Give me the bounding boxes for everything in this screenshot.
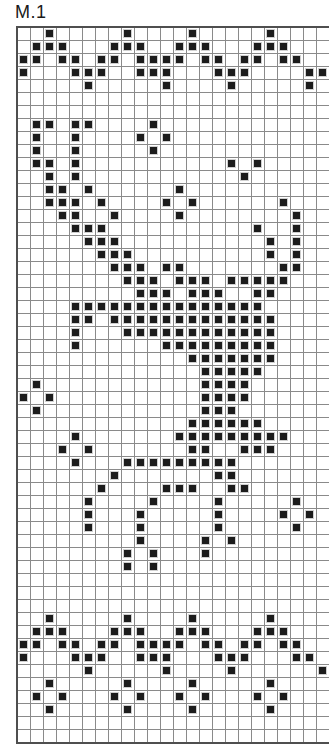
grid-cell <box>200 704 212 716</box>
grid-cell <box>239 574 251 586</box>
grid-cell <box>31 665 43 677</box>
grid-cell <box>70 704 82 716</box>
grid-cell <box>187 639 199 651</box>
grid-cell <box>291 158 303 170</box>
filled-cell <box>200 288 212 300</box>
filled-cell <box>31 158 43 170</box>
grid-cell <box>304 522 316 534</box>
filled-cell <box>239 171 251 183</box>
grid-cell <box>174 171 186 183</box>
filled-cell <box>70 171 82 183</box>
grid-cell <box>70 80 82 92</box>
grid-cell <box>57 717 69 729</box>
grid-cell <box>57 119 69 131</box>
grid-cell <box>317 275 329 287</box>
filled-cell <box>148 327 160 339</box>
filled-cell <box>239 652 251 664</box>
grid-cell <box>70 678 82 690</box>
grid-cell <box>317 314 329 326</box>
grid-cell <box>278 522 290 534</box>
grid-cell <box>226 509 238 521</box>
grid-cell <box>109 366 121 378</box>
grid-cell <box>161 379 173 391</box>
grid-cell <box>44 236 56 248</box>
grid-cell <box>239 470 251 482</box>
grid-cell <box>148 353 160 365</box>
grid-cell <box>278 288 290 300</box>
grid-cell <box>226 54 238 66</box>
filled-cell <box>31 691 43 703</box>
grid-cell <box>226 171 238 183</box>
grid-cell <box>44 444 56 456</box>
filled-cell <box>18 67 30 79</box>
grid-cell <box>265 509 277 521</box>
grid-cell <box>161 509 173 521</box>
grid-cell <box>122 210 134 222</box>
filled-cell <box>31 132 43 144</box>
filled-cell <box>200 275 212 287</box>
grid-cell <box>122 67 134 79</box>
grid-cell <box>239 132 251 144</box>
filled-cell <box>174 327 186 339</box>
grid-cell <box>57 704 69 716</box>
grid-cell <box>304 392 316 404</box>
grid-cell <box>18 366 30 378</box>
filled-cell <box>187 41 199 53</box>
grid-cell <box>161 717 173 729</box>
filled-cell <box>200 301 212 313</box>
filled-cell <box>239 431 251 443</box>
grid-cell <box>161 444 173 456</box>
grid-cell <box>122 639 134 651</box>
grid-cell <box>96 535 108 547</box>
grid-cell <box>291 67 303 79</box>
grid-cell <box>18 327 30 339</box>
grid-cell <box>265 106 277 118</box>
grid-cell <box>96 184 108 196</box>
filled-cell <box>200 353 212 365</box>
grid-cell <box>31 717 43 729</box>
grid-cell <box>148 587 160 599</box>
grid-cell <box>304 54 316 66</box>
filled-cell <box>304 67 316 79</box>
grid-cell <box>265 548 277 560</box>
filled-cell <box>161 197 173 209</box>
grid-cell <box>135 405 147 417</box>
grid-cell <box>18 28 30 40</box>
grid-cell <box>200 470 212 482</box>
grid-cell <box>122 288 134 300</box>
grid-cell <box>44 80 56 92</box>
grid-cell <box>122 535 134 547</box>
grid-cell <box>187 67 199 79</box>
grid-cell <box>44 210 56 222</box>
grid-cell <box>187 184 199 196</box>
filled-cell <box>278 262 290 274</box>
filled-cell <box>213 509 225 521</box>
grid-cell <box>57 431 69 443</box>
grid-cell <box>83 41 95 53</box>
filled-cell <box>122 41 134 53</box>
filled-cell <box>135 691 147 703</box>
grid-cell <box>57 535 69 547</box>
grid-cell <box>174 574 186 586</box>
filled-cell <box>213 366 225 378</box>
grid-cell <box>291 457 303 469</box>
filled-cell <box>83 496 95 508</box>
grid-cell <box>304 119 316 131</box>
grid-cell <box>18 223 30 235</box>
grid-cell <box>148 717 160 729</box>
grid-cell <box>278 405 290 417</box>
grid-cell <box>226 548 238 560</box>
filled-cell <box>239 366 251 378</box>
grid-cell <box>265 587 277 599</box>
grid-cell <box>57 548 69 560</box>
grid-cell <box>252 587 264 599</box>
filled-cell <box>96 236 108 248</box>
grid-cell <box>187 392 199 404</box>
grid-cell <box>161 353 173 365</box>
grid-cell <box>213 561 225 573</box>
grid-cell <box>18 730 30 742</box>
grid-cell <box>265 262 277 274</box>
grid-cell <box>135 145 147 157</box>
grid-cell <box>291 704 303 716</box>
grid-cell <box>57 171 69 183</box>
filled-cell <box>278 639 290 651</box>
grid-cell <box>18 678 30 690</box>
grid-cell <box>57 93 69 105</box>
grid-cell <box>135 548 147 560</box>
grid-cell <box>174 405 186 417</box>
grid-cell <box>226 639 238 651</box>
grid-cell <box>83 145 95 157</box>
grid-cell <box>213 197 225 209</box>
grid-cell <box>304 574 316 586</box>
grid-cell <box>174 535 186 547</box>
grid-cell <box>18 314 30 326</box>
grid-cell <box>31 548 43 560</box>
grid-cell <box>44 54 56 66</box>
grid-cell <box>57 301 69 313</box>
grid-cell <box>239 119 251 131</box>
grid-cell <box>109 561 121 573</box>
grid-cell <box>278 119 290 131</box>
grid-cell <box>135 600 147 612</box>
grid-cell <box>226 496 238 508</box>
filled-cell <box>252 626 264 638</box>
grid-cell <box>18 613 30 625</box>
filled-cell <box>96 249 108 261</box>
grid-cell <box>265 301 277 313</box>
grid-cell <box>96 509 108 521</box>
grid-cell <box>213 158 225 170</box>
grid-cell <box>135 379 147 391</box>
grid-cell <box>252 184 264 196</box>
filled-cell <box>70 67 82 79</box>
grid-cell <box>31 704 43 716</box>
grid-cell <box>174 236 186 248</box>
grid-cell <box>96 210 108 222</box>
filled-cell <box>122 301 134 313</box>
filled-cell <box>252 275 264 287</box>
filled-cell <box>200 314 212 326</box>
grid-cell <box>57 509 69 521</box>
grid-cell <box>70 717 82 729</box>
grid-cell <box>161 535 173 547</box>
grid-cell <box>174 665 186 677</box>
filled-cell <box>265 41 277 53</box>
grid-cell <box>122 444 134 456</box>
grid-cell <box>226 249 238 261</box>
grid-cell <box>304 158 316 170</box>
grid-cell <box>200 561 212 573</box>
grid-cell <box>31 262 43 274</box>
filled-cell <box>122 249 134 261</box>
grid-cell <box>57 457 69 469</box>
grid-cell <box>44 366 56 378</box>
grid-cell <box>265 132 277 144</box>
grid-cell <box>252 171 264 183</box>
grid-cell <box>291 197 303 209</box>
grid-cell <box>239 249 251 261</box>
filled-cell <box>174 210 186 222</box>
grid-cell <box>148 613 160 625</box>
filled-cell <box>96 197 108 209</box>
grid-cell <box>57 327 69 339</box>
grid-cell <box>57 288 69 300</box>
grid-cell <box>148 223 160 235</box>
filled-cell <box>57 41 69 53</box>
grid-cell <box>70 613 82 625</box>
grid-cell <box>252 197 264 209</box>
grid-cell <box>161 587 173 599</box>
grid-cell <box>161 41 173 53</box>
filled-cell <box>161 132 173 144</box>
filled-cell <box>44 678 56 690</box>
filled-cell <box>174 262 186 274</box>
filled-cell <box>213 314 225 326</box>
grid-cell <box>304 236 316 248</box>
grid-cell <box>252 561 264 573</box>
filled-cell <box>135 535 147 547</box>
filled-cell <box>31 41 43 53</box>
grid-cell <box>31 470 43 482</box>
grid-cell <box>96 678 108 690</box>
filled-cell <box>213 522 225 534</box>
grid-cell <box>291 431 303 443</box>
grid-cell <box>109 574 121 586</box>
grid-cell <box>135 210 147 222</box>
grid-cell <box>291 561 303 573</box>
grid-cell <box>278 158 290 170</box>
filled-cell <box>109 54 121 66</box>
grid-cell <box>200 145 212 157</box>
grid-cell <box>83 353 95 365</box>
filled-cell <box>174 54 186 66</box>
grid-cell <box>57 522 69 534</box>
grid-cell <box>317 379 329 391</box>
filled-cell <box>174 457 186 469</box>
filled-cell <box>96 483 108 495</box>
grid-cell <box>187 262 199 274</box>
grid-cell <box>252 600 264 612</box>
grid-cell <box>252 210 264 222</box>
grid-cell <box>200 132 212 144</box>
grid-cell <box>317 652 329 664</box>
grid-cell <box>109 704 121 716</box>
grid-cell <box>83 262 95 274</box>
grid-cell <box>187 470 199 482</box>
grid-cell <box>148 158 160 170</box>
grid-cell <box>57 392 69 404</box>
grid-cell <box>96 587 108 599</box>
grid-cell <box>317 639 329 651</box>
grid-cell <box>291 613 303 625</box>
grid-cell <box>252 457 264 469</box>
grid-cell <box>265 80 277 92</box>
filled-cell <box>226 665 238 677</box>
grid-cell <box>44 249 56 261</box>
grid-cell <box>200 171 212 183</box>
grid-cell <box>109 132 121 144</box>
grid-cell <box>161 249 173 261</box>
grid-cell <box>304 223 316 235</box>
grid-cell <box>278 366 290 378</box>
grid-cell <box>135 717 147 729</box>
grid-cell <box>161 561 173 573</box>
grid-cell <box>187 405 199 417</box>
grid-cell <box>252 522 264 534</box>
filled-cell <box>122 314 134 326</box>
grid-cell <box>239 41 251 53</box>
grid-cell <box>304 353 316 365</box>
grid-cell <box>187 522 199 534</box>
filled-cell <box>83 236 95 248</box>
grid-cell <box>265 561 277 573</box>
filled-cell <box>226 301 238 313</box>
grid-cell <box>31 249 43 261</box>
grid-cell <box>96 405 108 417</box>
grid-cell <box>278 600 290 612</box>
grid-cell <box>252 665 264 677</box>
grid-cell <box>317 236 329 248</box>
filled-cell <box>135 626 147 638</box>
filled-cell <box>148 561 160 573</box>
grid-cell <box>304 171 316 183</box>
filled-cell <box>109 691 121 703</box>
grid-cell <box>109 28 121 40</box>
filled-cell <box>18 54 30 66</box>
grid-cell <box>187 730 199 742</box>
filled-cell <box>278 54 290 66</box>
grid-cell <box>278 327 290 339</box>
grid-cell <box>265 574 277 586</box>
grid-cell <box>96 600 108 612</box>
grid-cell <box>148 262 160 274</box>
filled-cell <box>239 392 251 404</box>
grid-cell <box>70 392 82 404</box>
grid-cell <box>187 535 199 547</box>
grid-cell <box>213 223 225 235</box>
grid-cell <box>278 301 290 313</box>
filled-cell <box>200 535 212 547</box>
grid-cell <box>96 470 108 482</box>
grid-cell <box>200 587 212 599</box>
grid-cell <box>70 41 82 53</box>
grid-cell <box>291 301 303 313</box>
grid-cell <box>200 574 212 586</box>
grid-cell <box>239 522 251 534</box>
grid-cell <box>174 392 186 404</box>
grid-cell <box>291 470 303 482</box>
grid-cell <box>291 28 303 40</box>
grid-cell <box>31 730 43 742</box>
grid-cell <box>317 535 329 547</box>
grid-cell <box>83 340 95 352</box>
filled-cell <box>213 457 225 469</box>
grid-cell <box>57 28 69 40</box>
grid-cell <box>239 665 251 677</box>
filled-cell <box>18 652 30 664</box>
filled-cell <box>187 613 199 625</box>
grid-cell <box>109 119 121 131</box>
filled-cell <box>57 691 69 703</box>
grid-cell <box>70 548 82 560</box>
filled-cell <box>109 639 121 651</box>
grid-cell <box>265 535 277 547</box>
grid-cell <box>96 314 108 326</box>
grid-cell <box>317 574 329 586</box>
grid-cell <box>278 106 290 118</box>
grid-cell <box>18 626 30 638</box>
filled-cell <box>83 522 95 534</box>
grid-cell <box>291 626 303 638</box>
filled-cell <box>70 457 82 469</box>
grid-cell <box>304 184 316 196</box>
grid-cell <box>187 249 199 261</box>
filled-cell <box>148 119 160 131</box>
grid-cell <box>96 28 108 40</box>
grid-cell <box>252 262 264 274</box>
filled-cell <box>200 392 212 404</box>
grid-cell <box>135 678 147 690</box>
filled-cell <box>44 28 56 40</box>
grid-cell <box>187 574 199 586</box>
grid-cell <box>304 704 316 716</box>
grid-cell <box>96 106 108 118</box>
grid-cell <box>161 548 173 560</box>
grid-cell <box>265 184 277 196</box>
filled-cell <box>226 470 238 482</box>
filled-cell <box>265 678 277 690</box>
grid-cell <box>31 106 43 118</box>
grid-cell <box>304 548 316 560</box>
grid-cell <box>18 288 30 300</box>
filled-cell <box>174 483 186 495</box>
filled-cell <box>200 457 212 469</box>
grid-cell <box>70 405 82 417</box>
grid-cell <box>109 327 121 339</box>
grid-cell <box>135 236 147 248</box>
filled-cell <box>187 353 199 365</box>
grid-cell <box>18 93 30 105</box>
filled-cell <box>161 288 173 300</box>
grid-cell <box>18 249 30 261</box>
grid-cell <box>304 93 316 105</box>
grid-cell <box>200 106 212 118</box>
